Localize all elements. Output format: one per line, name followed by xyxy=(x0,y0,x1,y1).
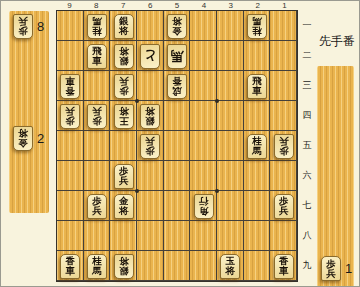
hand-count: 2 xyxy=(37,131,44,146)
file-label: 7 xyxy=(110,1,137,10)
star-point xyxy=(135,99,139,103)
shogi-piece-sente[interactable]: 歩兵 xyxy=(321,256,341,281)
shogi-piece-sente[interactable]: 玉将 xyxy=(220,254,240,279)
shogi-app-screen: 987654321 歩兵8金将2 桂馬銀将金将桂馬飛車銀将と馬香車歩兵成香飛車歩… xyxy=(0,0,360,287)
star-point xyxy=(135,189,139,193)
shogi-piece-gote[interactable]: 馬 xyxy=(167,44,187,69)
file-labels: 987654321 xyxy=(56,1,298,10)
piece-kanji: 飛車 xyxy=(87,44,107,69)
piece-kanji: 金将 xyxy=(167,14,187,39)
piece-kanji: 香車 xyxy=(60,74,80,99)
rank-label: 五 xyxy=(300,130,314,160)
rank-label: 一 xyxy=(300,10,314,40)
piece-kanji: 桂馬 xyxy=(87,254,107,279)
rank-label: 四 xyxy=(300,100,314,130)
shogi-piece-sente[interactable]: 桂馬 xyxy=(247,134,267,159)
shogi-piece-sente[interactable]: 歩兵 xyxy=(114,164,134,189)
piece-kanji: 歩兵 xyxy=(87,194,107,219)
shogi-piece-gote[interactable]: 成香 xyxy=(167,74,187,99)
piece-kanji: 桂馬 xyxy=(247,134,267,159)
shogi-piece-gote[interactable]: 金将 xyxy=(167,14,187,39)
rank-label: 七 xyxy=(300,190,314,220)
shogi-piece-sente[interactable]: 飛車 xyxy=(87,44,107,69)
star-point xyxy=(215,99,219,103)
shogi-piece-gote[interactable]: 銀将 xyxy=(114,44,134,69)
shogi-piece-gote[interactable]: と xyxy=(140,44,160,69)
shogi-piece-sente[interactable]: 歩兵 xyxy=(87,194,107,219)
shogi-piece-gote[interactable]: 歩兵 xyxy=(114,74,134,99)
piece-kanji: 成香 xyxy=(167,74,187,99)
shogi-piece-gote[interactable]: 歩兵 xyxy=(274,134,294,159)
rank-label: 三 xyxy=(300,70,314,100)
piece-kanji: 歩兵 xyxy=(114,164,134,189)
piece-kanji: 香車 xyxy=(60,254,80,279)
piece-kanji: 歩兵 xyxy=(274,194,294,219)
shogi-piece-sente[interactable]: 飛車 xyxy=(247,74,267,99)
shogi-piece-sente[interactable]: 香車 xyxy=(60,254,80,279)
piece-kanji: 歩兵 xyxy=(13,14,33,39)
shogi-board[interactable]: 桂馬銀将金将桂馬飛車銀将と馬香車歩兵成香飛車歩兵歩兵王将銀将歩兵桂馬歩兵歩兵歩兵… xyxy=(56,10,298,282)
shogi-piece-gote[interactable]: 銀将 xyxy=(114,254,134,279)
piece-kanji: 銀将 xyxy=(114,44,134,69)
rank-label: 八 xyxy=(300,220,314,250)
rank-label: 九 xyxy=(300,250,314,280)
file-label: 3 xyxy=(217,1,244,10)
piece-kanji: 角行 xyxy=(194,194,214,219)
shogi-piece-gote[interactable]: 桂馬 xyxy=(87,14,107,39)
star-point xyxy=(215,189,219,193)
piece-kanji: 金将 xyxy=(114,194,134,219)
shogi-piece-sente[interactable]: 金将 xyxy=(114,194,134,219)
file-label: 1 xyxy=(271,1,298,10)
piece-kanji: 香車 xyxy=(274,254,294,279)
shogi-piece-gote[interactable]: 金将 xyxy=(13,126,33,151)
piece-kanji: 銀将 xyxy=(114,14,134,39)
piece-kanji: 歩兵 xyxy=(321,256,341,281)
piece-kanji: 歩兵 xyxy=(114,74,134,99)
shogi-piece-gote[interactable]: 香車 xyxy=(60,74,80,99)
piece-kanji: 桂馬 xyxy=(87,14,107,39)
shogi-piece-sente[interactable]: 銀将 xyxy=(114,14,134,39)
piece-kanji: 馬 xyxy=(167,44,187,69)
piece-kanji: 金将 xyxy=(13,126,33,151)
shogi-piece-gote[interactable]: 王将 xyxy=(114,104,134,129)
shogi-piece-sente[interactable]: 香車 xyxy=(274,254,294,279)
turn-indicator: 先手番 xyxy=(313,33,360,50)
piece-kanji: 王将 xyxy=(114,104,134,129)
piece-kanji: 歩兵 xyxy=(60,104,80,129)
piece-kanji: 銀将 xyxy=(114,254,134,279)
gote-captured-tray[interactable]: 歩兵8金将2 xyxy=(9,11,49,213)
piece-kanji: 玉将 xyxy=(220,254,240,279)
rank-label: 二 xyxy=(300,40,314,70)
piece-kanji: 桂馬 xyxy=(247,14,267,39)
piece-kanji: 歩兵 xyxy=(274,134,294,159)
shogi-piece-gote[interactable]: 桂馬 xyxy=(247,14,267,39)
piece-kanji: 歩兵 xyxy=(87,104,107,129)
shogi-piece-gote[interactable]: 角行 xyxy=(194,194,214,219)
hand-count: 8 xyxy=(37,19,44,34)
shogi-piece-sente[interactable]: 桂馬 xyxy=(87,254,107,279)
board-pieces: 桂馬銀将金将桂馬飛車銀将と馬香車歩兵成香飛車歩兵歩兵王将銀将歩兵桂馬歩兵歩兵歩兵… xyxy=(57,11,297,281)
file-label: 5 xyxy=(164,1,191,10)
rank-label: 六 xyxy=(300,160,314,190)
shogi-piece-gote[interactable]: 歩兵 xyxy=(13,14,33,39)
file-label: 6 xyxy=(137,1,164,10)
piece-kanji: と xyxy=(140,44,160,69)
shogi-piece-gote[interactable]: 銀将 xyxy=(140,104,160,129)
shogi-piece-sente[interactable]: 歩兵 xyxy=(274,194,294,219)
file-label: 8 xyxy=(83,1,110,10)
shogi-piece-gote[interactable]: 歩兵 xyxy=(87,104,107,129)
piece-kanji: 飛車 xyxy=(247,74,267,99)
sente-captured-tray[interactable]: 歩兵1 xyxy=(317,66,354,287)
shogi-piece-gote[interactable]: 歩兵 xyxy=(60,104,80,129)
hand-count: 1 xyxy=(345,261,352,276)
file-label: 2 xyxy=(244,1,271,10)
file-label: 4 xyxy=(190,1,217,10)
rank-labels: 一二三四五六七八九 xyxy=(300,10,314,280)
shogi-piece-gote[interactable]: 歩兵 xyxy=(140,134,160,159)
piece-kanji: 歩兵 xyxy=(140,134,160,159)
file-label: 9 xyxy=(56,1,83,10)
piece-kanji: 銀将 xyxy=(140,104,160,129)
